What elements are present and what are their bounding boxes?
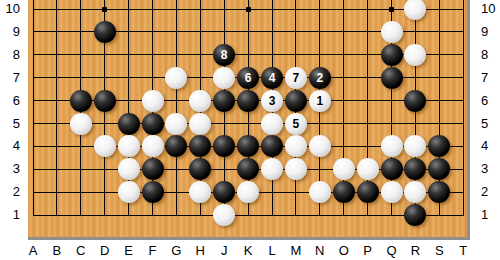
stone-white[interactable]	[94, 135, 116, 157]
row-label: 5	[0, 116, 20, 132]
stone-black[interactable]	[94, 21, 116, 43]
stone-black[interactable]	[404, 204, 426, 226]
stone-black[interactable]	[285, 90, 307, 112]
stone-black[interactable]	[333, 181, 355, 203]
row-label: 8	[481, 47, 500, 63]
go-diagram: 86472315 10987654321 10987654321 ABCDEFG…	[0, 0, 500, 260]
col-label: B	[45, 243, 69, 259]
col-label: S	[427, 243, 451, 259]
row-label: 8	[0, 47, 20, 63]
stone-black[interactable]	[404, 158, 426, 180]
row-label: 5	[481, 116, 500, 132]
stone-white-numbered[interactable]: 1	[309, 90, 331, 112]
col-label: J	[212, 243, 236, 259]
stone-white[interactable]	[165, 113, 187, 135]
stone-black[interactable]	[142, 113, 164, 135]
stone-white[interactable]	[285, 158, 307, 180]
stone-black[interactable]	[261, 135, 283, 157]
col-label: K	[236, 243, 260, 259]
col-label: T	[451, 243, 475, 259]
stone-black[interactable]	[237, 135, 259, 157]
stone-black[interactable]	[189, 135, 211, 157]
stone-white[interactable]	[381, 135, 403, 157]
stone-black[interactable]	[428, 181, 450, 203]
stone-white-numbered[interactable]: 3	[261, 90, 283, 112]
col-label: F	[141, 243, 165, 259]
col-label: G	[164, 243, 188, 259]
stone-white[interactable]	[261, 113, 283, 135]
stone-black[interactable]	[94, 90, 116, 112]
stone-white[interactable]	[142, 90, 164, 112]
stone-white-numbered[interactable]: 5	[285, 113, 307, 135]
stone-black[interactable]	[142, 181, 164, 203]
row-label: 7	[0, 70, 20, 86]
stone-black[interactable]	[142, 158, 164, 180]
stone-black[interactable]	[404, 90, 426, 112]
col-label: R	[403, 243, 427, 259]
stone-white[interactable]	[261, 158, 283, 180]
stone-black[interactable]	[381, 158, 403, 180]
stone-white[interactable]	[309, 181, 331, 203]
row-label: 10	[481, 1, 500, 17]
stone-white[interactable]	[404, 44, 426, 66]
stone-white[interactable]	[309, 135, 331, 157]
stone-white[interactable]	[118, 135, 140, 157]
col-label: O	[332, 243, 356, 259]
stone-white[interactable]	[118, 181, 140, 203]
row-label: 7	[481, 70, 500, 86]
stone-white[interactable]	[404, 0, 426, 20]
hoshi-point	[246, 7, 251, 12]
stone-white[interactable]	[333, 158, 355, 180]
stone-white[interactable]	[381, 181, 403, 203]
stone-white[interactable]	[285, 135, 307, 157]
row-label: 6	[0, 93, 20, 109]
row-label: 9	[0, 24, 20, 40]
stone-black[interactable]	[357, 181, 379, 203]
stone-black-numbered[interactable]: 2	[309, 67, 331, 89]
stone-black[interactable]	[165, 135, 187, 157]
col-label: H	[188, 243, 212, 259]
stone-black[interactable]	[237, 158, 259, 180]
row-label: 2	[481, 184, 500, 200]
stone-white[interactable]	[189, 113, 211, 135]
stone-white[interactable]	[118, 158, 140, 180]
stone-black[interactable]	[213, 135, 235, 157]
stone-white[interactable]	[142, 135, 164, 157]
row-label: 4	[0, 138, 20, 154]
row-label: 9	[481, 24, 500, 40]
stone-black[interactable]	[381, 44, 403, 66]
col-label: P	[356, 243, 380, 259]
stone-black-numbered[interactable]: 8	[213, 44, 235, 66]
stone-black[interactable]	[213, 90, 235, 112]
row-label: 6	[481, 93, 500, 109]
stone-black[interactable]	[381, 67, 403, 89]
stone-white[interactable]	[213, 204, 235, 226]
stone-white[interactable]	[357, 158, 379, 180]
stone-black[interactable]	[189, 158, 211, 180]
stone-white[interactable]	[70, 113, 92, 135]
stone-black[interactable]	[118, 113, 140, 135]
row-label: 1	[481, 207, 500, 223]
hoshi-point	[102, 7, 107, 12]
row-label: 4	[481, 138, 500, 154]
grid-line-horizontal	[33, 123, 464, 124]
stone-white-numbered[interactable]: 7	[285, 67, 307, 89]
row-label: 10	[0, 1, 20, 17]
row-label: 3	[0, 161, 20, 177]
stone-black[interactable]	[237, 90, 259, 112]
col-label: D	[93, 243, 117, 259]
row-label: 2	[0, 184, 20, 200]
col-label: M	[284, 243, 308, 259]
stone-white[interactable]	[189, 181, 211, 203]
stone-white[interactable]	[381, 21, 403, 43]
stone-white[interactable]	[237, 181, 259, 203]
col-label: Q	[380, 243, 404, 259]
row-label: 1	[0, 207, 20, 223]
col-label: E	[117, 243, 141, 259]
grid-line-horizontal	[33, 215, 464, 216]
stone-white[interactable]	[404, 135, 426, 157]
hoshi-point	[389, 7, 394, 12]
stone-black-numbered[interactable]: 4	[261, 67, 283, 89]
col-label: A	[21, 243, 45, 259]
col-label: L	[260, 243, 284, 259]
stone-white[interactable]	[165, 67, 187, 89]
col-label: N	[308, 243, 332, 259]
stone-black[interactable]	[428, 158, 450, 180]
row-label: 3	[481, 161, 500, 177]
stone-white[interactable]	[189, 90, 211, 112]
stone-white[interactable]	[213, 67, 235, 89]
stone-black[interactable]	[70, 90, 92, 112]
stone-white[interactable]	[404, 181, 426, 203]
stone-black-numbered[interactable]: 6	[237, 67, 259, 89]
stone-black[interactable]	[213, 181, 235, 203]
col-label: C	[69, 243, 93, 259]
stone-black[interactable]	[428, 135, 450, 157]
go-board[interactable]: 86472315	[28, 0, 470, 240]
